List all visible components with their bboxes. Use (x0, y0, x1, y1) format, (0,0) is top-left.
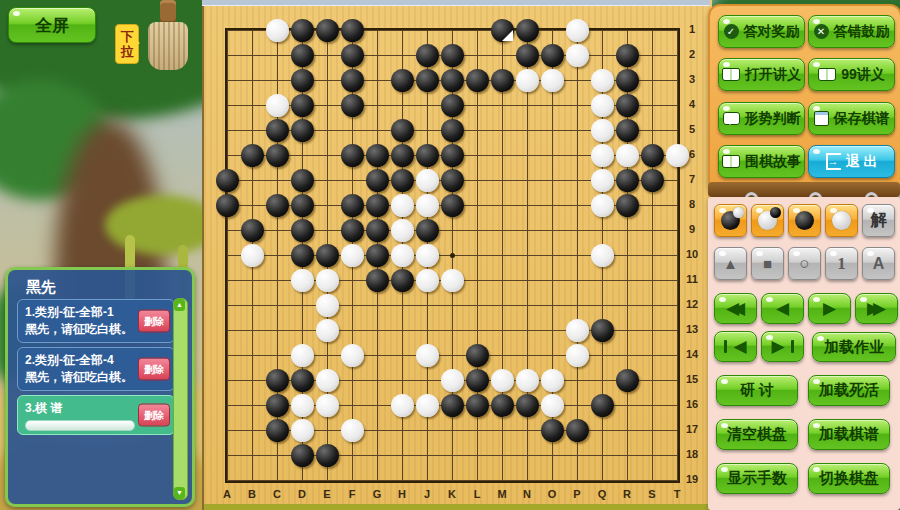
black-stone (641, 144, 664, 167)
column-label: O (542, 488, 562, 500)
black-stone (416, 144, 439, 167)
go-board[interactable]: ABCDEFGHJKLMNOPQRST123456789101112131415… (202, 0, 712, 510)
black-stone (416, 219, 439, 242)
black-stone (616, 369, 639, 392)
black-stone (291, 94, 314, 117)
button-label: 保存棋谱 (834, 110, 890, 128)
fast-forward-icon: ▶▶ (874, 298, 879, 319)
column-label: L (467, 488, 487, 500)
lesson-panel: 黑先 1.类别-征-全部-1 黑先，请征吃白棋。 删除 2.类别-征-全部-4 … (5, 267, 195, 507)
white-stone (541, 369, 564, 392)
mark-triangle-button[interactable]: ▲ (714, 247, 747, 280)
encourage-wrong-button[interactable]: ✕ 答错鼓励 (808, 15, 895, 48)
tassel-knot (160, 0, 176, 24)
black-stone (266, 369, 289, 392)
button-label: 99讲义 (841, 66, 885, 84)
black-stone (491, 394, 514, 417)
black-stone (366, 169, 389, 192)
fast-forward-button[interactable]: ▶▶ (855, 293, 898, 324)
white-stone (266, 19, 289, 42)
white-stone (541, 69, 564, 92)
white-stone (391, 394, 414, 417)
tool-white-with-black[interactable] (751, 204, 784, 237)
button-label: 形势判断 (745, 110, 801, 128)
black-stone (291, 19, 314, 42)
button-label: 打开讲义 (745, 66, 801, 84)
black-stone (641, 169, 664, 192)
black-stone (391, 269, 414, 292)
white-stone (291, 394, 314, 417)
black-stone (491, 19, 514, 42)
column-label: J (417, 488, 437, 500)
white-stone (316, 369, 339, 392)
black-stone-with-white-stone-icon (721, 211, 740, 230)
column-label: M (492, 488, 512, 500)
black-stone (591, 319, 614, 342)
black-stone (441, 44, 464, 67)
column-label: Q (592, 488, 612, 500)
black-stone (416, 44, 439, 67)
black-stone (291, 194, 314, 217)
handout-99-button[interactable]: 99讲义 (808, 58, 895, 91)
mark-circle-button[interactable]: ○ (788, 247, 821, 280)
black-stone (441, 94, 464, 117)
white-stone (441, 369, 464, 392)
delete-button[interactable]: 删除 (138, 404, 170, 427)
black-stone (266, 419, 289, 442)
button-label: 答对奖励 (744, 23, 800, 41)
black-stone (291, 244, 314, 267)
black-stone (316, 244, 339, 267)
exit-button[interactable]: → 退 出 (808, 145, 895, 178)
scroll-down-icon[interactable]: ▼ (174, 487, 185, 499)
black-stone (266, 119, 289, 142)
black-stone (366, 244, 389, 267)
black-stone (616, 94, 639, 117)
cross-circle-icon: ✕ (814, 24, 829, 39)
white-stone (316, 319, 339, 342)
black-stone (516, 44, 539, 67)
progress-bar (25, 420, 135, 431)
forward-button[interactable]: ▶ (808, 293, 851, 324)
lesson-item-1[interactable]: 1.类别-征-全部-1 黑先，请征吃白棋。 删除 (17, 299, 175, 343)
column-label: S (642, 488, 662, 500)
black-stone (341, 44, 364, 67)
white-stone (566, 19, 589, 42)
white-stone (566, 344, 589, 367)
white-stone (341, 344, 364, 367)
black-stone (241, 219, 264, 242)
position-judge-button[interactable]: 形势判断 (718, 102, 805, 135)
black-stone (291, 219, 314, 242)
lesson-item-line2: 黑先，请征吃白棋。 (25, 321, 134, 338)
black-stone (616, 194, 639, 217)
save-disk-icon (814, 111, 829, 126)
black-stone (291, 44, 314, 67)
row-label: 17 (683, 423, 701, 435)
black-stone (266, 144, 289, 167)
load-kifu-button[interactable]: 加载棋谱 (808, 419, 890, 450)
button-label: 围棋故事 (745, 153, 801, 171)
white-stone (416, 194, 439, 217)
fullscreen-button[interactable]: 全屏 (8, 7, 96, 43)
white-stone-icon (832, 211, 851, 230)
black-stone (566, 419, 589, 442)
black-stone (516, 19, 539, 42)
row-label: 15 (683, 373, 701, 385)
black-stone (341, 69, 364, 92)
row-label: 14 (683, 348, 701, 360)
column-label: A (217, 488, 237, 500)
rewind-icon: ◀◀ (733, 298, 738, 319)
solve-button[interactable]: 解 (862, 204, 895, 237)
white-stone (291, 344, 314, 367)
mark-letter-button[interactable]: A (862, 247, 895, 280)
row-label: 3 (683, 73, 701, 85)
last-move-triangle-marker (502, 30, 513, 41)
tool-black-stone[interactable] (788, 204, 821, 237)
black-stone (316, 444, 339, 467)
black-stone (341, 219, 364, 242)
black-stone (616, 69, 639, 92)
black-stone (291, 119, 314, 142)
white-stone (666, 144, 689, 167)
black-stone (441, 169, 464, 192)
black-stone (391, 169, 414, 192)
black-stone (366, 269, 389, 292)
black-stone (266, 194, 289, 217)
story-book-icon (722, 155, 740, 168)
tool-black-with-white[interactable] (714, 204, 747, 237)
black-stone (366, 219, 389, 242)
rewind-button[interactable]: ◀◀ (714, 293, 757, 324)
save-kifu-button[interactable]: 保存棋谱 (808, 102, 895, 135)
black-stone (441, 194, 464, 217)
black-stone (341, 194, 364, 217)
tassel-skirt (148, 22, 188, 70)
black-stone (366, 144, 389, 167)
white-stone (291, 419, 314, 442)
row-label: 8 (683, 198, 701, 210)
black-stone (241, 144, 264, 167)
star-point (450, 253, 455, 258)
black-stone (391, 144, 414, 167)
load-tsumego-button[interactable]: 加载死活 (808, 375, 890, 406)
black-stone (441, 144, 464, 167)
white-stone (591, 194, 614, 217)
lesson-item-line1: 2.类别-征-全部-4 (25, 352, 134, 369)
black-stone (366, 194, 389, 217)
column-label: N (517, 488, 537, 500)
row-label: 1 (683, 23, 701, 35)
black-stone (466, 344, 489, 367)
white-stone (591, 169, 614, 192)
white-stone (391, 244, 414, 267)
black-stone (416, 69, 439, 92)
white-stone (591, 119, 614, 142)
load-homework-button[interactable]: 加载作业 (812, 332, 896, 362)
black-stone (591, 394, 614, 417)
go-learning-app: { "game": "go (weiqi), 19x19 board", "po… (0, 0, 900, 510)
white-stone-with-black-stone-icon (758, 211, 777, 230)
black-stone (341, 94, 364, 117)
white-stone (416, 244, 439, 267)
first-move-icon: ◀ (733, 336, 746, 357)
lesson-item-line1: 3.棋 谱 (25, 400, 134, 417)
button-label: 答错鼓励 (834, 23, 890, 41)
white-stone (416, 269, 439, 292)
black-stone (616, 44, 639, 67)
white-stone (591, 244, 614, 267)
pulldown-button[interactable]: 下拉 (115, 24, 139, 64)
white-stone (241, 244, 264, 267)
column-label: C (267, 488, 287, 500)
switch-board-button[interactable]: 切换棋盘 (808, 463, 890, 494)
black-stone (466, 69, 489, 92)
black-stone (466, 369, 489, 392)
black-stone (291, 444, 314, 467)
last-move-icon: ▶ (771, 336, 784, 357)
column-label: G (367, 488, 387, 500)
white-stone (416, 394, 439, 417)
white-stone (416, 169, 439, 192)
black-stone (341, 19, 364, 42)
first-move-button[interactable]: ◀ (714, 331, 757, 362)
column-label: R (617, 488, 637, 500)
black-stone (216, 194, 239, 217)
clear-board-button[interactable]: 清空棋盘 (716, 419, 798, 450)
row-label: 18 (683, 448, 701, 460)
black-stone (541, 419, 564, 442)
white-stone (591, 94, 614, 117)
black-stone (616, 119, 639, 142)
row-label: 9 (683, 223, 701, 235)
show-move-numbers-button[interactable]: 显示手数 (716, 463, 798, 494)
column-label: B (242, 488, 262, 500)
black-stone (441, 119, 464, 142)
black-stone (316, 19, 339, 42)
row-label: 11 (683, 273, 701, 285)
row-label: 5 (683, 123, 701, 135)
white-stone (491, 369, 514, 392)
black-stone (291, 169, 314, 192)
white-stone (391, 219, 414, 242)
exit-door-icon: → (826, 153, 841, 170)
lesson-panel-title: 黑先 (26, 278, 192, 297)
mark-number-button[interactable]: 1 (825, 247, 858, 280)
column-label: E (317, 488, 337, 500)
forward-icon: ▶ (823, 298, 836, 319)
row-label: 4 (683, 98, 701, 110)
black-stone (441, 394, 464, 417)
lesson-item-line1: 1.类别-征-全部-1 (25, 304, 134, 321)
row-label: 13 (683, 323, 701, 335)
white-stone (266, 94, 289, 117)
go-story-button[interactable]: 围棋故事 (718, 145, 805, 178)
column-label: D (292, 488, 312, 500)
white-stone (391, 194, 414, 217)
white-stone (566, 319, 589, 342)
white-stone (591, 69, 614, 92)
back-button[interactable]: ◀ (761, 293, 804, 324)
scroll-up-icon[interactable]: ▲ (174, 299, 185, 311)
black-stone (341, 144, 364, 167)
column-label: P (567, 488, 587, 500)
button-label: 退 出 (846, 153, 878, 171)
lesson-item-line2: 黑先，请征吃白棋。 (25, 369, 134, 386)
status-bubble-icon (723, 112, 740, 125)
white-stone (341, 419, 364, 442)
back-icon: ◀ (776, 298, 789, 319)
scrollbar[interactable]: ▲ ▼ (173, 298, 188, 500)
white-stone (566, 44, 589, 67)
mark-square-button[interactable]: ■ (751, 247, 784, 280)
black-stone-icon (795, 211, 814, 230)
row-label: 2 (683, 48, 701, 60)
book-99-icon (818, 68, 836, 81)
column-label: H (392, 488, 412, 500)
row-label: 12 (683, 298, 701, 310)
column-label: K (442, 488, 462, 500)
black-stone (441, 69, 464, 92)
white-stone (516, 369, 539, 392)
open-handout-button[interactable]: 打开讲义 (718, 58, 805, 91)
lesson-item-3-selected[interactable]: 3.棋 谱 删除 (17, 395, 175, 435)
black-stone (266, 394, 289, 417)
row-label: 7 (683, 173, 701, 185)
discuss-button[interactable]: 研 讨 (716, 375, 798, 406)
white-stone (541, 394, 564, 417)
tool-white-stone[interactable] (825, 204, 858, 237)
column-label: F (342, 488, 362, 500)
black-stone (516, 394, 539, 417)
row-label: 10 (683, 248, 701, 260)
last-move-button[interactable]: ▶ (761, 331, 804, 362)
delete-button[interactable]: 删除 (138, 310, 170, 333)
white-stone (416, 344, 439, 367)
window-top-strip (202, 0, 710, 6)
row-label: 16 (683, 398, 701, 410)
black-stone (391, 119, 414, 142)
black-stone (541, 44, 564, 67)
row-label: 19 (683, 473, 701, 485)
black-stone (466, 394, 489, 417)
delete-button[interactable]: 删除 (138, 358, 170, 381)
black-stone (491, 69, 514, 92)
white-stone (591, 144, 614, 167)
white-stone (516, 69, 539, 92)
white-stone (316, 394, 339, 417)
white-stone (291, 269, 314, 292)
white-stone (341, 244, 364, 267)
black-stone (291, 369, 314, 392)
black-stone (391, 69, 414, 92)
white-stone (316, 269, 339, 292)
white-stone (441, 269, 464, 292)
white-stone (316, 294, 339, 317)
lesson-item-2[interactable]: 2.类别-征-全部-4 黑先，请征吃白棋。 删除 (17, 347, 175, 391)
white-stone (616, 144, 639, 167)
black-stone (616, 169, 639, 192)
check-circle-icon: ✓ (724, 24, 739, 39)
reward-correct-button[interactable]: ✓ 答对奖励 (718, 15, 805, 48)
black-stone (216, 169, 239, 192)
open-book-icon (722, 68, 740, 81)
column-label: T (667, 488, 687, 500)
black-stone (291, 69, 314, 92)
